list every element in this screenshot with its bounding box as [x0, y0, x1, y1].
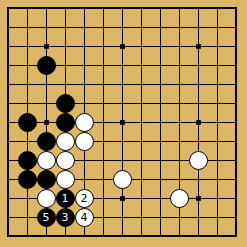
hoshi-point	[196, 196, 201, 201]
hoshi-point	[196, 120, 201, 125]
board-edge-line	[235, 7, 237, 237]
hoshi-point	[44, 44, 49, 49]
white-stone	[37, 151, 56, 170]
black-stone	[56, 94, 75, 113]
white-stone	[189, 151, 208, 170]
white-stone	[37, 189, 56, 208]
move-number-label: 1	[62, 193, 69, 204]
hoshi-point	[120, 120, 125, 125]
hoshi-point	[196, 44, 201, 49]
move-number-label: 3	[62, 212, 69, 223]
move-number-label: 2	[81, 193, 88, 204]
white-stone	[113, 170, 132, 189]
grid-line	[160, 7, 161, 237]
move-2-stone: 2	[75, 189, 94, 208]
black-stone	[37, 170, 56, 189]
black-stone	[18, 113, 37, 132]
move-number-label: 5	[43, 212, 50, 223]
go-board: 12534	[0, 0, 247, 247]
board-edge-line	[7, 235, 237, 237]
move-5-stone: 5	[37, 208, 56, 227]
move-3-stone: 3	[56, 208, 75, 227]
hoshi-point	[44, 120, 49, 125]
black-stone	[18, 151, 37, 170]
white-stone	[75, 132, 94, 151]
white-stone	[75, 113, 94, 132]
move-number-label: 4	[81, 212, 88, 223]
hoshi-point	[120, 196, 125, 201]
hoshi-point	[120, 44, 125, 49]
grid-line	[217, 7, 218, 237]
white-stone	[56, 151, 75, 170]
white-stone	[170, 189, 189, 208]
black-stone	[37, 132, 56, 151]
black-stone	[56, 113, 75, 132]
white-stone	[56, 170, 75, 189]
grid-line	[141, 7, 142, 237]
black-stone	[18, 170, 37, 189]
black-stone	[37, 56, 56, 75]
move-4-stone: 4	[75, 208, 94, 227]
move-1-stone: 1	[56, 189, 75, 208]
white-stone	[56, 132, 75, 151]
